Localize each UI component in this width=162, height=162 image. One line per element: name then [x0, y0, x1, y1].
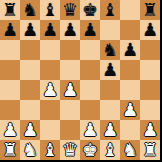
- square-a1[interactable]: ♜: [0, 140, 20, 160]
- square-a4[interactable]: [0, 80, 20, 100]
- square-c6[interactable]: [40, 40, 60, 60]
- square-a3[interactable]: [0, 100, 20, 120]
- chess-board: ♜♞♝♛♚♝♜♟♟♟♟♟♟♞♟♟♟♟♟♟♟♟♟♟♜♞♝♛♚♝♞♜: [0, 0, 160, 160]
- piece-white-rook[interactable]: ♜: [2, 140, 18, 160]
- square-b6[interactable]: [20, 40, 40, 60]
- square-b4[interactable]: [20, 80, 40, 100]
- piece-white-pawn[interactable]: ♟: [82, 120, 98, 140]
- square-b2[interactable]: ♟: [20, 120, 40, 140]
- piece-black-knight[interactable]: ♞: [22, 0, 38, 20]
- square-h8[interactable]: ♜: [140, 0, 160, 20]
- piece-black-rook[interactable]: ♜: [142, 0, 158, 20]
- piece-black-pawn[interactable]: ♟: [142, 20, 158, 40]
- square-c1[interactable]: ♝: [40, 140, 60, 160]
- square-g6[interactable]: ♟: [120, 40, 140, 60]
- square-d4[interactable]: ♟: [60, 80, 80, 100]
- square-g5[interactable]: [120, 60, 140, 80]
- piece-black-king[interactable]: ♚: [82, 0, 98, 20]
- square-f3[interactable]: [100, 100, 120, 120]
- square-h6[interactable]: [140, 40, 160, 60]
- square-f4[interactable]: [100, 80, 120, 100]
- piece-black-pawn[interactable]: ♟: [122, 40, 138, 60]
- piece-black-bishop[interactable]: ♝: [42, 0, 58, 20]
- square-d5[interactable]: [60, 60, 80, 80]
- piece-black-pawn[interactable]: ♟: [42, 20, 58, 40]
- square-c5[interactable]: [40, 60, 60, 80]
- square-c4[interactable]: ♟: [40, 80, 60, 100]
- square-a2[interactable]: ♟: [0, 120, 20, 140]
- square-a6[interactable]: [0, 40, 20, 60]
- piece-white-rook[interactable]: ♜: [142, 140, 158, 160]
- square-d3[interactable]: [60, 100, 80, 120]
- square-e3[interactable]: [80, 100, 100, 120]
- square-d6[interactable]: [60, 40, 80, 60]
- square-d7[interactable]: ♟: [60, 20, 80, 40]
- square-b7[interactable]: ♟: [20, 20, 40, 40]
- piece-black-pawn[interactable]: ♟: [62, 20, 78, 40]
- square-d8[interactable]: ♛: [60, 0, 80, 20]
- square-g8[interactable]: [120, 0, 140, 20]
- square-e7[interactable]: ♟: [80, 20, 100, 40]
- square-g2[interactable]: [120, 120, 140, 140]
- square-g7[interactable]: [120, 20, 140, 40]
- square-h3[interactable]: [140, 100, 160, 120]
- piece-black-pawn[interactable]: ♟: [2, 20, 18, 40]
- square-h7[interactable]: ♟: [140, 20, 160, 40]
- piece-black-pawn[interactable]: ♟: [82, 20, 98, 40]
- square-b1[interactable]: ♞: [20, 140, 40, 160]
- square-b5[interactable]: [20, 60, 40, 80]
- piece-white-pawn[interactable]: ♟: [122, 100, 138, 120]
- square-f6[interactable]: ♞: [100, 40, 120, 60]
- square-c2[interactable]: [40, 120, 60, 140]
- square-b8[interactable]: ♞: [20, 0, 40, 20]
- square-c8[interactable]: ♝: [40, 0, 60, 20]
- piece-black-queen[interactable]: ♛: [62, 0, 78, 20]
- piece-white-pawn[interactable]: ♟: [22, 120, 38, 140]
- square-d2[interactable]: [60, 120, 80, 140]
- square-e5[interactable]: [80, 60, 100, 80]
- square-d1[interactable]: ♛: [60, 140, 80, 160]
- square-a7[interactable]: ♟: [0, 20, 20, 40]
- square-f1[interactable]: ♝: [100, 140, 120, 160]
- square-c7[interactable]: ♟: [40, 20, 60, 40]
- board-frame: ♜♞♝♛♚♝♜♟♟♟♟♟♟♞♟♟♟♟♟♟♟♟♟♟♜♞♝♛♚♝♞♜: [0, 0, 162, 162]
- square-h2[interactable]: ♟: [140, 120, 160, 140]
- square-f8[interactable]: ♝: [100, 0, 120, 20]
- piece-white-pawn[interactable]: ♟: [142, 120, 158, 140]
- square-g1[interactable]: ♞: [120, 140, 140, 160]
- square-b3[interactable]: [20, 100, 40, 120]
- square-f5[interactable]: ♟: [100, 60, 120, 80]
- piece-white-king[interactable]: ♚: [82, 140, 98, 160]
- piece-white-bishop[interactable]: ♝: [102, 140, 118, 160]
- square-h4[interactable]: [140, 80, 160, 100]
- piece-black-rook[interactable]: ♜: [2, 0, 18, 20]
- square-a5[interactable]: [0, 60, 20, 80]
- piece-white-queen[interactable]: ♛: [62, 140, 78, 160]
- square-e1[interactable]: ♚: [80, 140, 100, 160]
- piece-black-pawn[interactable]: ♟: [102, 60, 118, 80]
- piece-white-pawn[interactable]: ♟: [102, 120, 118, 140]
- piece-white-pawn[interactable]: ♟: [2, 120, 18, 140]
- square-f7[interactable]: [100, 20, 120, 40]
- piece-black-knight[interactable]: ♞: [102, 40, 118, 60]
- piece-white-knight[interactable]: ♞: [22, 140, 38, 160]
- square-e6[interactable]: [80, 40, 100, 60]
- square-e8[interactable]: ♚: [80, 0, 100, 20]
- piece-white-knight[interactable]: ♞: [122, 140, 138, 160]
- piece-black-pawn[interactable]: ♟: [22, 20, 38, 40]
- piece-white-pawn[interactable]: ♟: [42, 80, 58, 100]
- square-f2[interactable]: ♟: [100, 120, 120, 140]
- square-h5[interactable]: [140, 60, 160, 80]
- square-c3[interactable]: [40, 100, 60, 120]
- square-e2[interactable]: ♟: [80, 120, 100, 140]
- piece-white-bishop[interactable]: ♝: [42, 140, 58, 160]
- square-g3[interactable]: ♟: [120, 100, 140, 120]
- piece-white-pawn[interactable]: ♟: [62, 80, 78, 100]
- piece-black-bishop[interactable]: ♝: [102, 0, 118, 20]
- square-e4[interactable]: [80, 80, 100, 100]
- square-a8[interactable]: ♜: [0, 0, 20, 20]
- square-h1[interactable]: ♜: [140, 140, 160, 160]
- square-g4[interactable]: [120, 80, 140, 100]
